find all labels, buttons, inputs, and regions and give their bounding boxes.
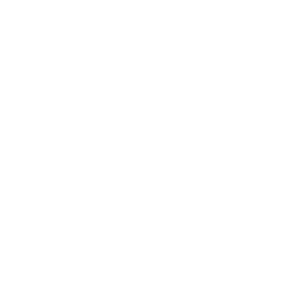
chess-board bbox=[0, 0, 288, 288]
